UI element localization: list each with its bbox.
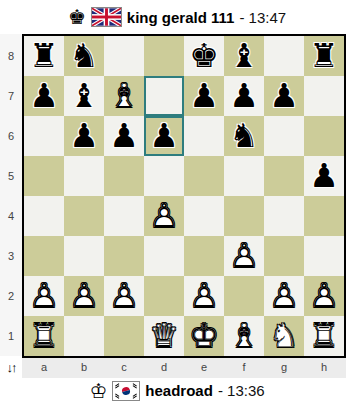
square-d2[interactable]: [144, 276, 184, 316]
white-rook[interactable]: ♜♖: [304, 316, 344, 356]
square-d7[interactable]: [144, 76, 184, 116]
white-pawn[interactable]: ♟♙: [64, 276, 104, 316]
black-pawn[interactable]: ♟: [224, 76, 264, 116]
square-g1[interactable]: ♞♘: [264, 316, 304, 356]
rank-label-4: 4: [0, 196, 22, 236]
square-a5[interactable]: [24, 156, 64, 196]
square-h7[interactable]: [304, 76, 344, 116]
white-pawn[interactable]: ♟♙: [264, 276, 304, 316]
rank-label-2: 2: [0, 276, 22, 316]
file-strip: ↓↑ abcdefgh: [0, 358, 354, 378]
square-f3[interactable]: ♟♙: [224, 236, 264, 276]
file-label-h: h: [304, 358, 344, 378]
black-player-name: king gerald 111: [127, 9, 235, 26]
square-h8[interactable]: ♜: [304, 36, 344, 76]
square-e8[interactable]: ♚: [184, 36, 224, 76]
white-bishop[interactable]: ♝♗: [104, 76, 144, 116]
rank-labels: 87654321: [0, 34, 22, 356]
square-a3[interactable]: [24, 236, 64, 276]
square-d8[interactable]: [144, 36, 184, 76]
square-e7[interactable]: ♟: [184, 76, 224, 116]
square-e6[interactable]: [184, 116, 224, 156]
square-c3[interactable]: [104, 236, 144, 276]
square-h2[interactable]: ♟♙: [304, 276, 344, 316]
square-f7[interactable]: ♟: [224, 76, 264, 116]
rank-label-8: 8: [0, 36, 22, 76]
file-label-e: e: [184, 358, 224, 378]
square-e1[interactable]: ♚♔: [184, 316, 224, 356]
south-korea-flag-icon: [112, 381, 140, 401]
square-c1[interactable]: [104, 316, 144, 356]
square-c4[interactable]: [104, 196, 144, 236]
white-player-bar: ♔ headroad - 13:36: [0, 378, 354, 403]
square-g3[interactable]: [264, 236, 304, 276]
square-h3[interactable]: [304, 236, 344, 276]
square-b5[interactable]: [64, 156, 104, 196]
square-f2[interactable]: [224, 276, 264, 316]
black-rook[interactable]: ♜: [304, 36, 344, 76]
file-label-d: d: [144, 358, 184, 378]
black-pawn[interactable]: ♟: [304, 156, 344, 196]
square-f8[interactable]: ♝: [224, 36, 264, 76]
black-king[interactable]: ♚: [184, 36, 224, 76]
rank-label-1: 1: [0, 316, 22, 356]
white-rook[interactable]: ♜♖: [24, 316, 64, 356]
square-c5[interactable]: [104, 156, 144, 196]
chess-app: ♚ king gerald 111 - 13:47 87654321 ♜♞♚♝♜…: [0, 0, 354, 403]
square-b8[interactable]: ♞: [64, 36, 104, 76]
square-d6[interactable]: ♟: [144, 116, 184, 156]
square-b1[interactable]: [64, 316, 104, 356]
white-player-clock: - 13:36: [218, 382, 265, 399]
square-a6[interactable]: [24, 116, 64, 156]
square-f1[interactable]: ♝♗: [224, 316, 264, 356]
flip-area: ↓↑: [0, 358, 22, 378]
white-knight[interactable]: ♞♘: [264, 316, 304, 356]
white-player-name: headroad: [145, 382, 213, 399]
square-a2[interactable]: ♟♙: [24, 276, 64, 316]
black-king-icon: ♚: [68, 7, 86, 27]
file-label-a: a: [24, 358, 64, 378]
square-g5[interactable]: [264, 156, 304, 196]
uk-flag-icon: [91, 7, 122, 27]
flip-board-button[interactable]: ↓↑: [7, 359, 16, 377]
square-a4[interactable]: [24, 196, 64, 236]
square-f4[interactable]: [224, 196, 264, 236]
square-g6[interactable]: [264, 116, 304, 156]
black-knight[interactable]: ♞: [224, 116, 264, 156]
square-d4[interactable]: ♟♙: [144, 196, 184, 236]
square-e2[interactable]: ♟♙: [184, 276, 224, 316]
square-b4[interactable]: [64, 196, 104, 236]
black-rook[interactable]: ♜: [24, 36, 64, 76]
square-h4[interactable]: [304, 196, 344, 236]
black-bishop[interactable]: ♝: [64, 76, 104, 116]
square-a1[interactable]: ♜♖: [24, 316, 64, 356]
square-e5[interactable]: [184, 156, 224, 196]
rank-label-5: 5: [0, 156, 22, 196]
square-g8[interactable]: [264, 36, 304, 76]
square-a8[interactable]: ♜: [24, 36, 64, 76]
square-f6[interactable]: ♞: [224, 116, 264, 156]
white-pawn[interactable]: ♟♙: [24, 276, 64, 316]
black-pawn[interactable]: ♟: [184, 76, 224, 116]
black-pawn[interactable]: ♟: [104, 116, 144, 156]
square-b7[interactable]: ♝: [64, 76, 104, 116]
white-pawn[interactable]: ♟♙: [184, 276, 224, 316]
square-g7[interactable]: ♟: [264, 76, 304, 116]
square-g2[interactable]: ♟♙: [264, 276, 304, 316]
board-area: 87654321 ♜♞♚♝♜♟♝♝♗♟♟♟♟♟♟♞♟♟♙♟♙♟♙♟♙♟♙♟♙♟♙…: [0, 34, 354, 358]
file-label-f: f: [224, 358, 264, 378]
black-bishop[interactable]: ♝: [224, 36, 264, 76]
square-g4[interactable]: [264, 196, 304, 236]
black-pawn[interactable]: ♟: [264, 76, 304, 116]
white-queen[interactable]: ♛♕: [144, 316, 184, 356]
black-knight[interactable]: ♞: [64, 36, 104, 76]
rank-label-6: 6: [0, 116, 22, 156]
black-player-clock: - 13:47: [239, 9, 286, 26]
square-b3[interactable]: [64, 236, 104, 276]
file-label-b: b: [64, 358, 104, 378]
square-b2[interactable]: ♟♙: [64, 276, 104, 316]
square-e3[interactable]: [184, 236, 224, 276]
square-c8[interactable]: [104, 36, 144, 76]
white-king-icon: ♔: [89, 381, 107, 401]
white-bishop[interactable]: ♝♗: [224, 316, 264, 356]
square-c6[interactable]: ♟: [104, 116, 144, 156]
file-label-c: c: [104, 358, 144, 378]
square-d5[interactable]: [144, 156, 184, 196]
white-pawn[interactable]: ♟♙: [144, 196, 184, 236]
black-player-bar: ♚ king gerald 111 - 13:47: [0, 0, 354, 34]
file-labels: abcdefgh: [22, 358, 346, 378]
black-pawn[interactable]: ♟: [144, 116, 184, 156]
square-d3[interactable]: [144, 236, 184, 276]
white-king[interactable]: ♚♔: [184, 316, 224, 356]
square-h5[interactable]: ♟: [304, 156, 344, 196]
white-pawn[interactable]: ♟♙: [224, 236, 264, 276]
square-h6[interactable]: [304, 116, 344, 156]
chess-board[interactable]: ♜♞♚♝♜♟♝♝♗♟♟♟♟♟♟♞♟♟♙♟♙♟♙♟♙♟♙♟♙♟♙♟♙♜♖♛♕♚♔♝…: [22, 34, 346, 358]
square-a7[interactable]: ♟: [24, 76, 64, 116]
square-b6[interactable]: ♟: [64, 116, 104, 156]
rank-label-7: 7: [0, 76, 22, 116]
black-pawn[interactable]: ♟: [24, 76, 64, 116]
file-label-g: g: [264, 358, 304, 378]
rank-label-3: 3: [0, 236, 22, 276]
square-d1[interactable]: ♛♕: [144, 316, 184, 356]
black-pawn[interactable]: ♟: [64, 116, 104, 156]
square-c2[interactable]: ♟♙: [104, 276, 144, 316]
white-pawn[interactable]: ♟♙: [304, 276, 344, 316]
square-f5[interactable]: [224, 156, 264, 196]
square-e4[interactable]: [184, 196, 224, 236]
square-h1[interactable]: ♜♖: [304, 316, 344, 356]
square-c7[interactable]: ♝♗: [104, 76, 144, 116]
white-pawn[interactable]: ♟♙: [104, 276, 144, 316]
